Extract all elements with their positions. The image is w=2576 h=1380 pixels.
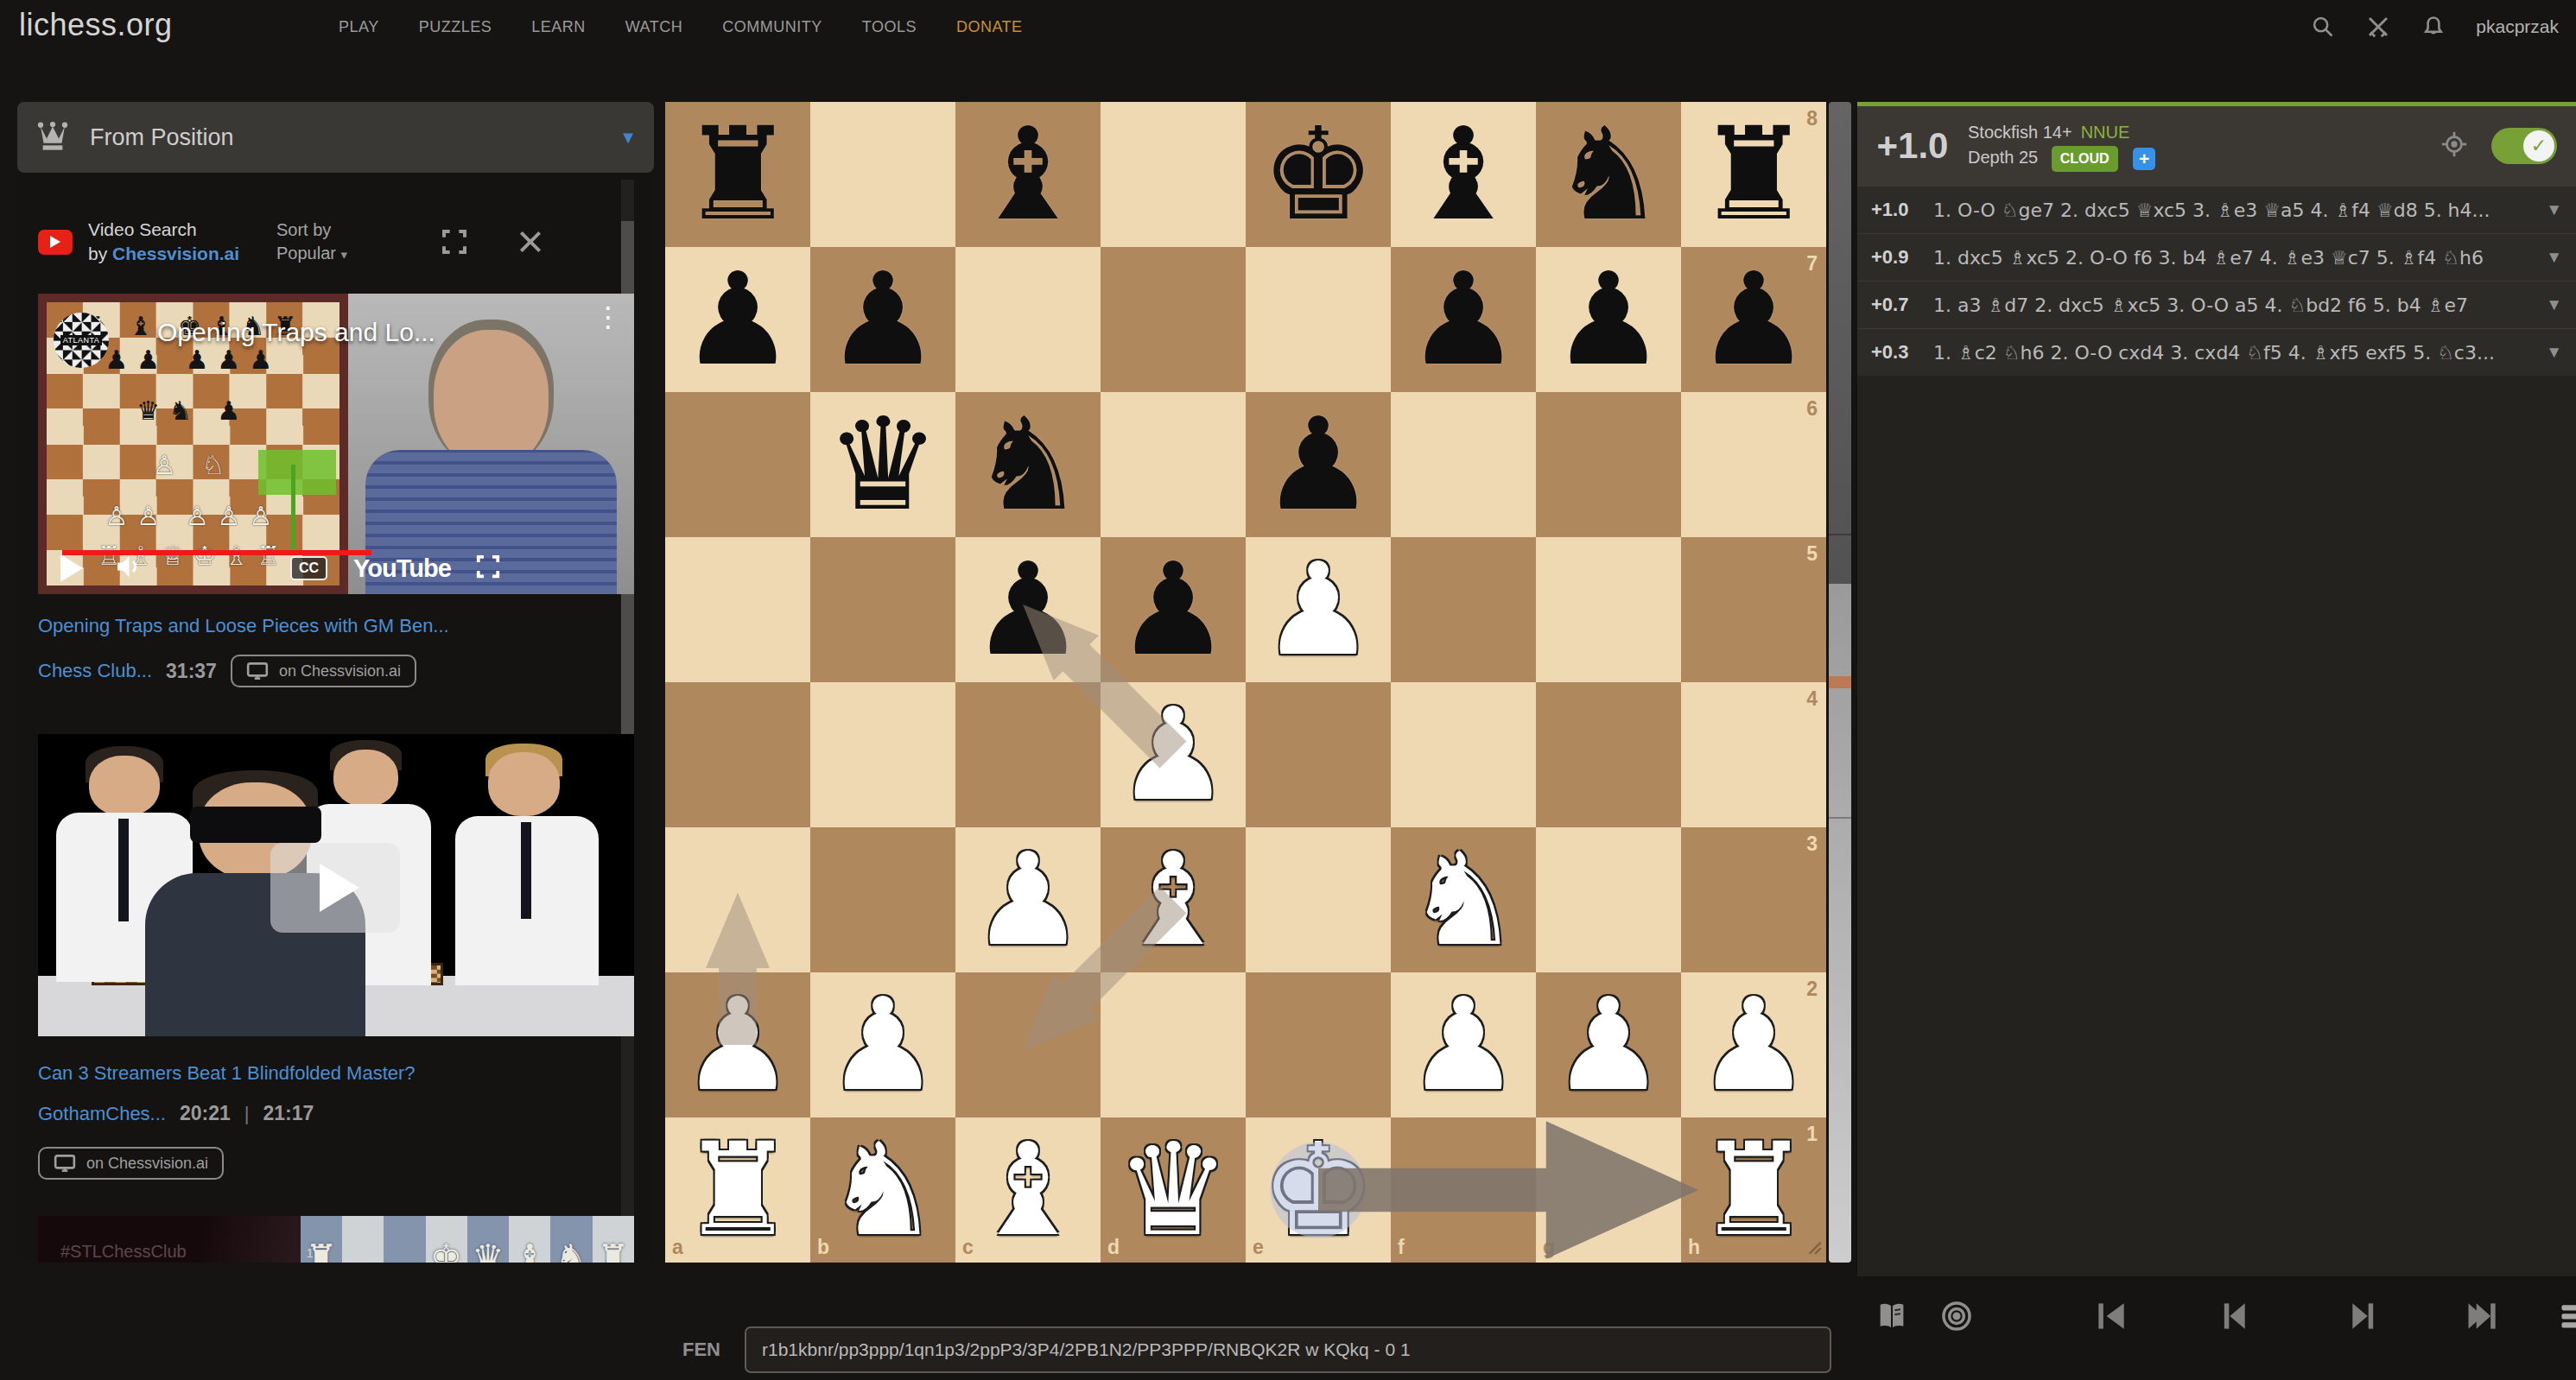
black-knight-g8[interactable]: ♞ bbox=[1536, 102, 1681, 247]
square-g1[interactable]: g bbox=[1536, 1117, 1681, 1263]
time-separator: | bbox=[244, 1103, 250, 1125]
white-pawn-b2[interactable]: ♟ bbox=[810, 972, 955, 1117]
square-d2[interactable] bbox=[1101, 972, 1246, 1117]
expand-icon[interactable] bbox=[441, 228, 468, 256]
expand-line-icon: ▼ bbox=[2546, 248, 2562, 267]
rank-label-3: 3 bbox=[1806, 832, 1818, 856]
white-pawn-f2[interactable]: ♟ bbox=[1391, 972, 1536, 1117]
close-icon[interactable] bbox=[517, 228, 544, 256]
square-h3[interactable]: 3 bbox=[1681, 827, 1826, 972]
square-b8[interactable] bbox=[810, 102, 955, 247]
left-sidebar: From Position ▼ Video Search by Chessvis… bbox=[17, 102, 654, 1263]
square-g7[interactable]: ♟ bbox=[1536, 247, 1681, 392]
expand-line-icon: ▼ bbox=[2546, 343, 2562, 362]
video-2-chessvision-badge[interactable]: on Chessvision.ai bbox=[38, 1147, 224, 1180]
thumb1-overlay-title: Opening Traps and Lo... bbox=[157, 318, 574, 347]
white-knight-f3[interactable]: ♞ bbox=[1391, 827, 1536, 972]
square-b7[interactable]: ♟ bbox=[810, 247, 955, 392]
square-h5[interactable]: 5 bbox=[1681, 537, 1826, 682]
volume-icon[interactable] bbox=[112, 551, 143, 586]
black-pawn-b7[interactable]: ♟ bbox=[810, 247, 955, 392]
last-move-button[interactable] bbox=[2464, 1297, 2502, 1335]
square-b2[interactable]: ♟ bbox=[810, 972, 955, 1117]
square-e6[interactable]: ♟ bbox=[1246, 392, 1391, 537]
top-navbar: lichess.org PLAY PUZZLES LEARN WATCH COM… bbox=[0, 0, 2576, 54]
square-e8[interactable]: ♚ bbox=[1246, 102, 1391, 247]
square-b4[interactable] bbox=[810, 682, 955, 827]
white-knight-b1[interactable]: ♞ bbox=[810, 1117, 955, 1263]
atlanta-club-logo: ATLANTA bbox=[54, 313, 109, 368]
sort-dropdown[interactable]: Sort by Popular ▾ bbox=[276, 218, 406, 265]
square-a5[interactable] bbox=[665, 537, 810, 682]
video-2-title-link[interactable]: Can 3 Streamers Beat 1 Blindfolded Maste… bbox=[38, 1062, 416, 1085]
square-f5[interactable] bbox=[1391, 537, 1536, 682]
white-rook-a1[interactable]: ♜ bbox=[665, 1117, 810, 1263]
nav-item-watch[interactable]: WATCH bbox=[625, 18, 682, 36]
video-1-meta: Chess Club... 31:37 on Chessvision.ai bbox=[38, 655, 416, 687]
engine-name: Stockfish 14+ bbox=[1968, 123, 2072, 142]
video-2-time-current: 20:21 bbox=[180, 1102, 231, 1125]
username[interactable]: pkacprzak bbox=[2476, 16, 2559, 37]
white-pawn-c3[interactable]: ♟ bbox=[955, 827, 1101, 972]
white-pawn-g2[interactable]: ♟ bbox=[1536, 972, 1681, 1117]
search-icon[interactable] bbox=[2310, 14, 2336, 40]
square-d6[interactable] bbox=[1101, 392, 1246, 537]
video-search-actions bbox=[441, 228, 544, 256]
square-f1[interactable]: f bbox=[1391, 1117, 1536, 1263]
menu-hamburger-icon[interactable] bbox=[2557, 1297, 2576, 1335]
white-king-e1[interactable]: ♚ bbox=[1246, 1117, 1391, 1263]
square-c8[interactable]: ♝ bbox=[955, 102, 1101, 247]
square-a7[interactable]: ♟ bbox=[665, 247, 810, 392]
black-queen-b6[interactable]: ♛ bbox=[810, 392, 955, 537]
black-bishop-f8[interactable]: ♝ bbox=[1391, 102, 1536, 247]
rank-label-5: 5 bbox=[1806, 542, 1818, 566]
square-d4[interactable]: ♟ bbox=[1101, 682, 1246, 827]
rank-label-6: 6 bbox=[1806, 397, 1818, 421]
nav-item-play[interactable]: PLAY bbox=[339, 18, 379, 36]
square-e3[interactable] bbox=[1246, 827, 1391, 972]
nav-item-community[interactable]: COMMUNITY bbox=[722, 18, 822, 36]
youtube-logo[interactable]: YouTube bbox=[353, 554, 451, 583]
engine-toggle[interactable]: ✓ bbox=[2491, 128, 2557, 164]
square-g5[interactable] bbox=[1536, 537, 1681, 682]
chevron-down-icon: ▼ bbox=[619, 128, 637, 148]
video-3-diagram: ♜♚♛♝♞♜ bbox=[301, 1216, 634, 1263]
black-rook-h8[interactable]: ♜ bbox=[1681, 102, 1826, 247]
chessboard: ♜♝♚♝♞8♜♟♟♟♟7♟♛♞♟6♟♟♟5♟4♟♝♞3♟♟♟♟2♟a♜b♞c♝d… bbox=[665, 102, 1826, 1263]
next-move-button[interactable] bbox=[2346, 1297, 2384, 1335]
crown-icon bbox=[35, 117, 71, 157]
white-bishop-d3[interactable]: ♝ bbox=[1101, 827, 1246, 972]
square-e7[interactable] bbox=[1246, 247, 1391, 392]
notifications-bell-icon[interactable] bbox=[2421, 14, 2446, 40]
video-2-time-total: 21:17 bbox=[263, 1102, 314, 1125]
square-g2[interactable]: ♟ bbox=[1536, 972, 1681, 1117]
square-h4[interactable]: 4 bbox=[1681, 682, 1826, 827]
black-pawn-h7[interactable]: ♟ bbox=[1681, 247, 1826, 392]
square-d1[interactable]: d♛ bbox=[1101, 1117, 1246, 1263]
board-resize-handle[interactable] bbox=[1804, 1237, 1823, 1259]
square-g3[interactable] bbox=[1536, 827, 1681, 972]
square-b6[interactable]: ♛ bbox=[810, 392, 955, 537]
black-pawn-c5[interactable]: ♟ bbox=[955, 537, 1101, 682]
fullscreen-icon[interactable] bbox=[475, 554, 501, 583]
video-2-channel-link[interactable]: GothamChes... bbox=[38, 1103, 166, 1125]
square-g6[interactable] bbox=[1536, 392, 1681, 537]
file-label-f: f bbox=[1398, 1236, 1405, 1259]
square-h7[interactable]: 7♟ bbox=[1681, 247, 1826, 392]
square-a1[interactable]: a♜ bbox=[665, 1117, 810, 1263]
square-d5[interactable]: ♟ bbox=[1101, 537, 1246, 682]
thumb1-highlight-square bbox=[258, 450, 336, 495]
monitor-icon bbox=[246, 662, 269, 681]
black-pawn-e6[interactable]: ♟ bbox=[1246, 392, 1391, 537]
play-icon[interactable] bbox=[60, 554, 83, 582]
depth-label: Depth 25 bbox=[1968, 148, 2038, 167]
fen-bar: FEN bbox=[665, 1320, 1857, 1380]
play-button-overlay[interactable] bbox=[270, 843, 400, 933]
monitor-icon bbox=[54, 1154, 76, 1173]
expand-line-icon: ▼ bbox=[2546, 295, 2562, 314]
square-c5[interactable]: ♟ bbox=[955, 537, 1101, 682]
black-king-e8[interactable]: ♚ bbox=[1246, 102, 1391, 247]
square-d3[interactable]: ♝ bbox=[1101, 827, 1246, 972]
square-a6[interactable] bbox=[665, 392, 810, 537]
square-e2[interactable] bbox=[1246, 972, 1391, 1117]
video-1-title-link[interactable]: Opening Traps and Loose Pieces with GM B… bbox=[38, 615, 449, 637]
video-3-rank-label: 1 bbox=[307, 1245, 314, 1260]
focus-target-icon[interactable] bbox=[2440, 130, 2469, 162]
move-controls bbox=[1857, 1283, 2576, 1349]
lichess-analysis-page: lichess.org PLAY PUZZLES LEARN WATCH COM… bbox=[0, 0, 2576, 1380]
square-f7[interactable]: ♟ bbox=[1391, 247, 1536, 392]
square-c7[interactable] bbox=[955, 247, 1101, 392]
blindfold bbox=[190, 807, 321, 843]
square-b5[interactable] bbox=[810, 537, 955, 682]
square-a8[interactable]: ♜ bbox=[665, 102, 810, 247]
square-h2[interactable]: 2♟ bbox=[1681, 972, 1826, 1117]
square-d7[interactable] bbox=[1101, 247, 1246, 392]
nav-item-learn[interactable]: LEARN bbox=[531, 18, 586, 36]
square-a3[interactable] bbox=[665, 827, 810, 972]
black-pawn-g7[interactable]: ♟ bbox=[1536, 247, 1681, 392]
square-h8[interactable]: 8♜ bbox=[1681, 102, 1826, 247]
square-f4[interactable] bbox=[1391, 682, 1536, 827]
square-c4[interactable] bbox=[955, 682, 1101, 827]
engine-info: Stockfish 14+NNUE Depth 25 CLOUD + bbox=[1968, 120, 2440, 171]
nav-menu: PLAY PUZZLES LEARN WATCH COMMUNITY TOOLS… bbox=[339, 0, 1023, 54]
square-g4[interactable] bbox=[1536, 682, 1681, 827]
square-e1[interactable]: e♚ bbox=[1246, 1117, 1391, 1263]
eval-gauge bbox=[1829, 102, 1851, 1263]
nav-right: pkacprzak bbox=[2310, 0, 2559, 54]
lichess-logo[interactable]: lichess.org bbox=[19, 7, 173, 43]
pv-line-2[interactable]: +0.9 1. dxc5 ♗xc5 2. O-O f6 3. b4 ♗e7 4.… bbox=[1857, 233, 2576, 281]
fen-input[interactable] bbox=[745, 1326, 1831, 1373]
video-3-thumbnail-partial[interactable]: #STLChessClub ♜♚♛♝♞♜ 1 bbox=[38, 1216, 634, 1263]
black-knight-c6[interactable]: ♞ bbox=[955, 392, 1101, 537]
eval-gauge-midline bbox=[1829, 676, 1851, 688]
board-squares: ♜♝♚♝♞8♜♟♟♟♟7♟♛♞♟6♟♟♟5♟4♟♝♞3♟♟♟♟2♟a♜b♞c♝d… bbox=[665, 102, 1826, 1263]
thumb1-player-controls: CC YouTube bbox=[38, 542, 634, 594]
square-e4[interactable] bbox=[1246, 682, 1391, 827]
square-a2[interactable]: ♟ bbox=[665, 972, 810, 1117]
eval-score: +1.0 bbox=[1857, 125, 1968, 167]
square-f8[interactable]: ♝ bbox=[1391, 102, 1536, 247]
chessvision-link[interactable]: Chessvision.ai bbox=[112, 244, 239, 263]
nnue-label: NNUE bbox=[2081, 123, 2130, 142]
black-bishop-c8[interactable]: ♝ bbox=[955, 102, 1101, 247]
thumb1-green-arrow bbox=[291, 465, 295, 548]
expand-line-icon: ▼ bbox=[2546, 200, 2562, 219]
analysis-panel: +1.0 Stockfish 14+NNUE Depth 25 CLOUD + … bbox=[1857, 102, 2576, 1276]
square-f6[interactable] bbox=[1391, 392, 1536, 537]
variant-label: From Position bbox=[90, 124, 619, 151]
square-f2[interactable]: ♟ bbox=[1391, 972, 1536, 1117]
square-b1[interactable]: b♞ bbox=[810, 1117, 955, 1263]
cloud-badge: CLOUD bbox=[2052, 146, 2118, 171]
square-g8[interactable]: ♞ bbox=[1536, 102, 1681, 247]
square-b3[interactable] bbox=[810, 827, 955, 972]
black-pawn-a7[interactable]: ♟ bbox=[665, 247, 810, 392]
nav-item-donate[interactable]: DONATE bbox=[956, 18, 1023, 36]
sort-caret-icon: ▾ bbox=[341, 247, 348, 262]
pv-line-4[interactable]: +0.3 1. ♗c2 ♘h6 2. O-O cxd4 3. cxd4 ♘f5 … bbox=[1857, 328, 2576, 376]
video-1-thumbnail[interactable]: ♜ ♝ ♚♝♞♜♟♟ ♟♟♟♛♞ ♟♙ ♘♙♙ ♙♙♙♖♗♕♔♗♖ ATLANT… bbox=[38, 294, 634, 594]
square-c6[interactable]: ♞ bbox=[955, 392, 1101, 537]
square-c2[interactable] bbox=[955, 972, 1101, 1117]
video-1-channel-link[interactable]: Chess Club... bbox=[38, 660, 152, 682]
first-move-button[interactable] bbox=[2092, 1297, 2130, 1335]
video-2-meta: GothamChes... 20:21 | 21:17 bbox=[38, 1102, 314, 1125]
pv-line-1[interactable]: +1.0 1. O-O ♘ge7 2. dxc5 ♕xc5 3. ♗e3 ♕a5… bbox=[1857, 186, 2576, 233]
video-3-watermark: #STLChessClub bbox=[60, 1242, 187, 1262]
practice-target-icon[interactable] bbox=[1938, 1298, 1975, 1334]
engine-header: +1.0 Stockfish 14+NNUE Depth 25 CLOUD + … bbox=[1857, 106, 2576, 186]
square-a4[interactable] bbox=[665, 682, 810, 827]
white-pawn-a2[interactable]: ♟ bbox=[665, 972, 810, 1117]
nav-item-puzzles[interactable]: PUZZLES bbox=[419, 18, 492, 36]
video-2-thumbnail[interactable] bbox=[38, 734, 634, 1036]
toggle-check-icon: ✓ bbox=[2523, 130, 2554, 161]
white-pawn-d4[interactable]: ♟ bbox=[1101, 682, 1246, 827]
pv-line-3[interactable]: +0.7 1. a3 ♗d7 2. dxc5 ♗xc5 3. O-O a5 4.… bbox=[1857, 281, 2576, 328]
black-pawn-f7[interactable]: ♟ bbox=[1391, 247, 1536, 392]
rank-label-4: 4 bbox=[1806, 687, 1818, 711]
black-pawn-d5[interactable]: ♟ bbox=[1101, 537, 1246, 682]
white-pawn-h2[interactable]: ♟ bbox=[1681, 972, 1826, 1117]
previous-move-button[interactable] bbox=[2213, 1297, 2251, 1335]
square-c1[interactable]: c♝ bbox=[955, 1117, 1101, 1263]
fen-label: FEN bbox=[682, 1339, 720, 1361]
black-rook-a8[interactable]: ♜ bbox=[665, 102, 810, 247]
file-label-g: g bbox=[1543, 1236, 1555, 1259]
video-1-chessvision-badge[interactable]: on Chessvision.ai bbox=[231, 655, 416, 687]
thumb1-menu-icon[interactable]: ⋮ bbox=[594, 301, 622, 333]
video-1-duration: 31:37 bbox=[166, 660, 217, 683]
square-c3[interactable]: ♟ bbox=[955, 827, 1101, 972]
nav-item-tools[interactable]: TOOLS bbox=[862, 18, 917, 36]
youtube-icon bbox=[38, 230, 73, 255]
captions-button[interactable]: CC bbox=[290, 556, 327, 580]
add-engine-button[interactable]: + bbox=[2133, 148, 2155, 170]
opening-book-icon[interactable] bbox=[1875, 1299, 1909, 1333]
video-search-title: Video Search by Chessvision.ai bbox=[88, 218, 276, 267]
square-d8[interactable] bbox=[1101, 102, 1246, 247]
square-h6[interactable]: 6 bbox=[1681, 392, 1826, 537]
video-search-header: Video Search by Chessvision.ai Sort by P… bbox=[38, 207, 634, 276]
square-e5[interactable]: ♟ bbox=[1246, 537, 1391, 682]
white-bishop-c1[interactable]: ♝ bbox=[955, 1117, 1101, 1263]
white-queen-d1[interactable]: ♛ bbox=[1101, 1117, 1246, 1263]
variant-selector[interactable]: From Position ▼ bbox=[17, 102, 654, 173]
challenge-swords-icon[interactable] bbox=[2365, 14, 2391, 40]
square-f3[interactable]: ♞ bbox=[1391, 827, 1536, 972]
white-pawn-e5[interactable]: ♟ bbox=[1246, 537, 1391, 682]
